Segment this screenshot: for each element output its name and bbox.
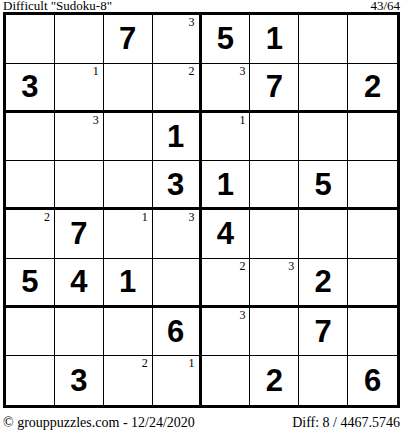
- corner-mark: 2: [44, 211, 50, 223]
- corner-mark: 3: [189, 211, 195, 223]
- cell-r5c3[interactable]: 1: [104, 210, 153, 259]
- given-digit: 1: [167, 121, 184, 152]
- cell-r2c6[interactable]: 7: [250, 64, 299, 113]
- cell-r7c5[interactable]: 3: [202, 308, 251, 357]
- cell-r3c1[interactable]: [6, 113, 55, 162]
- given-digit: 1: [217, 169, 234, 200]
- cell-r8c4[interactable]: 1: [153, 356, 202, 405]
- cell-r3c8[interactable]: [348, 113, 397, 162]
- cell-r7c1[interactable]: [6, 308, 55, 357]
- cell-r4c4[interactable]: 3: [153, 161, 202, 210]
- cell-r6c1[interactable]: 5: [6, 259, 55, 308]
- given-digit: 3: [70, 365, 87, 396]
- puzzle-counter: 43/64: [370, 0, 400, 12]
- cell-r8c8[interactable]: 6: [348, 356, 397, 405]
- cell-r6c7[interactable]: 2: [299, 259, 348, 308]
- cell-r6c6[interactable]: 3: [250, 259, 299, 308]
- given-digit: 5: [217, 23, 234, 54]
- cell-r3c7[interactable]: [299, 113, 348, 162]
- cell-r1c4[interactable]: 3: [153, 15, 202, 64]
- corner-mark: 1: [93, 65, 99, 77]
- given-digit: 5: [315, 169, 332, 200]
- cell-r2c8[interactable]: 2: [348, 64, 397, 113]
- given-digit: 7: [119, 23, 136, 54]
- cell-r5c7[interactable]: [299, 210, 348, 259]
- given-digit: 7: [315, 316, 332, 347]
- cell-r6c5[interactable]: 2: [202, 259, 251, 308]
- given-digit: 2: [364, 71, 381, 102]
- cell-r1c7[interactable]: [299, 15, 348, 64]
- given-digit: 5: [21, 266, 38, 297]
- cell-r5c2[interactable]: 7: [55, 210, 104, 259]
- given-digit: 7: [266, 71, 283, 102]
- puzzle-title: Difficult "Sudoku-8": [3, 0, 112, 12]
- cell-r3c3[interactable]: [104, 113, 153, 162]
- cell-r4c3[interactable]: [104, 161, 153, 210]
- given-digit: 1: [119, 266, 136, 297]
- copyright-date: © grouppuzzles.com - 12/24/2020: [3, 416, 195, 430]
- given-digit: 3: [167, 169, 184, 200]
- cell-r7c4[interactable]: 6: [153, 308, 202, 357]
- cell-r7c3[interactable]: [104, 308, 153, 357]
- given-digit: 7: [70, 218, 87, 249]
- cell-r1c2[interactable]: [55, 15, 104, 64]
- cell-r2c5[interactable]: 3: [202, 64, 251, 113]
- cell-r6c3[interactable]: 1: [104, 259, 153, 308]
- given-digit: 4: [70, 266, 87, 297]
- corner-mark: 1: [239, 114, 245, 126]
- given-digit: 6: [364, 365, 381, 396]
- given-digit: 2: [266, 365, 283, 396]
- cell-r8c5[interactable]: [202, 356, 251, 405]
- cell-r6c2[interactable]: 4: [55, 259, 104, 308]
- cell-r7c2[interactable]: [55, 308, 104, 357]
- cell-r2c4[interactable]: 2: [153, 64, 202, 113]
- given-digit: 1: [266, 23, 283, 54]
- corner-mark: 2: [189, 65, 195, 77]
- corner-mark: 2: [142, 357, 148, 369]
- cell-r2c1[interactable]: 3: [6, 64, 55, 113]
- given-digit: 2: [315, 266, 332, 297]
- corner-mark: 3: [189, 16, 195, 28]
- cell-r5c1[interactable]: 2: [6, 210, 55, 259]
- cell-r5c8[interactable]: [348, 210, 397, 259]
- footer-bar: © grouppuzzles.com - 12/24/2020 Diff: 8 …: [3, 416, 400, 430]
- cell-r4c1[interactable]: [6, 161, 55, 210]
- corner-mark: 2: [239, 260, 245, 272]
- cell-r3c5[interactable]: 1: [202, 113, 251, 162]
- cell-r2c2[interactable]: 1: [55, 64, 104, 113]
- cell-r5c6[interactable]: [250, 210, 299, 259]
- cell-r2c7[interactable]: [299, 64, 348, 113]
- cell-r8c7[interactable]: [299, 356, 348, 405]
- cell-r8c3[interactable]: 2: [104, 356, 153, 405]
- cell-r4c7[interactable]: 5: [299, 161, 348, 210]
- cell-r5c4[interactable]: 3: [153, 210, 202, 259]
- cell-r3c2[interactable]: 3: [55, 113, 104, 162]
- cell-r3c4[interactable]: 1: [153, 113, 202, 162]
- cell-r7c6[interactable]: [250, 308, 299, 357]
- cell-r1c5[interactable]: 5: [202, 15, 251, 64]
- cell-r5c5[interactable]: 4: [202, 210, 251, 259]
- cell-r4c5[interactable]: 1: [202, 161, 251, 210]
- cell-r8c2[interactable]: 3: [55, 356, 104, 405]
- corner-mark: 3: [239, 65, 245, 77]
- corner-mark: 1: [189, 357, 195, 369]
- corner-mark: 1: [142, 211, 148, 223]
- difficulty-rating: Diff: 8 / 4467.5746: [292, 416, 400, 430]
- header-bar: Difficult "Sudoku-8" 43/64: [3, 0, 400, 12]
- cell-r6c4[interactable]: [153, 259, 202, 308]
- sudoku-board: 73513123723113152713454123263732126: [3, 12, 400, 408]
- cell-r3c6[interactable]: [250, 113, 299, 162]
- cell-r1c3[interactable]: 7: [104, 15, 153, 64]
- cell-r4c6[interactable]: [250, 161, 299, 210]
- cell-r1c6[interactable]: 1: [250, 15, 299, 64]
- cell-r4c8[interactable]: [348, 161, 397, 210]
- cell-r8c6[interactable]: 2: [250, 356, 299, 405]
- corner-mark: 3: [288, 260, 294, 272]
- cell-r7c7[interactable]: 7: [299, 308, 348, 357]
- cell-r2c3[interactable]: [104, 64, 153, 113]
- corner-mark: 3: [93, 114, 99, 126]
- cell-r1c1[interactable]: [6, 15, 55, 64]
- cell-r7c8[interactable]: [348, 308, 397, 357]
- given-digit: 6: [167, 316, 184, 347]
- cell-r6c8[interactable]: [348, 259, 397, 308]
- given-digit: 3: [21, 71, 38, 102]
- cell-r8c1[interactable]: [6, 356, 55, 405]
- given-digit: 4: [217, 218, 234, 249]
- corner-mark: 3: [239, 309, 245, 321]
- cell-r4c2[interactable]: [55, 161, 104, 210]
- cell-r1c8[interactable]: [348, 15, 397, 64]
